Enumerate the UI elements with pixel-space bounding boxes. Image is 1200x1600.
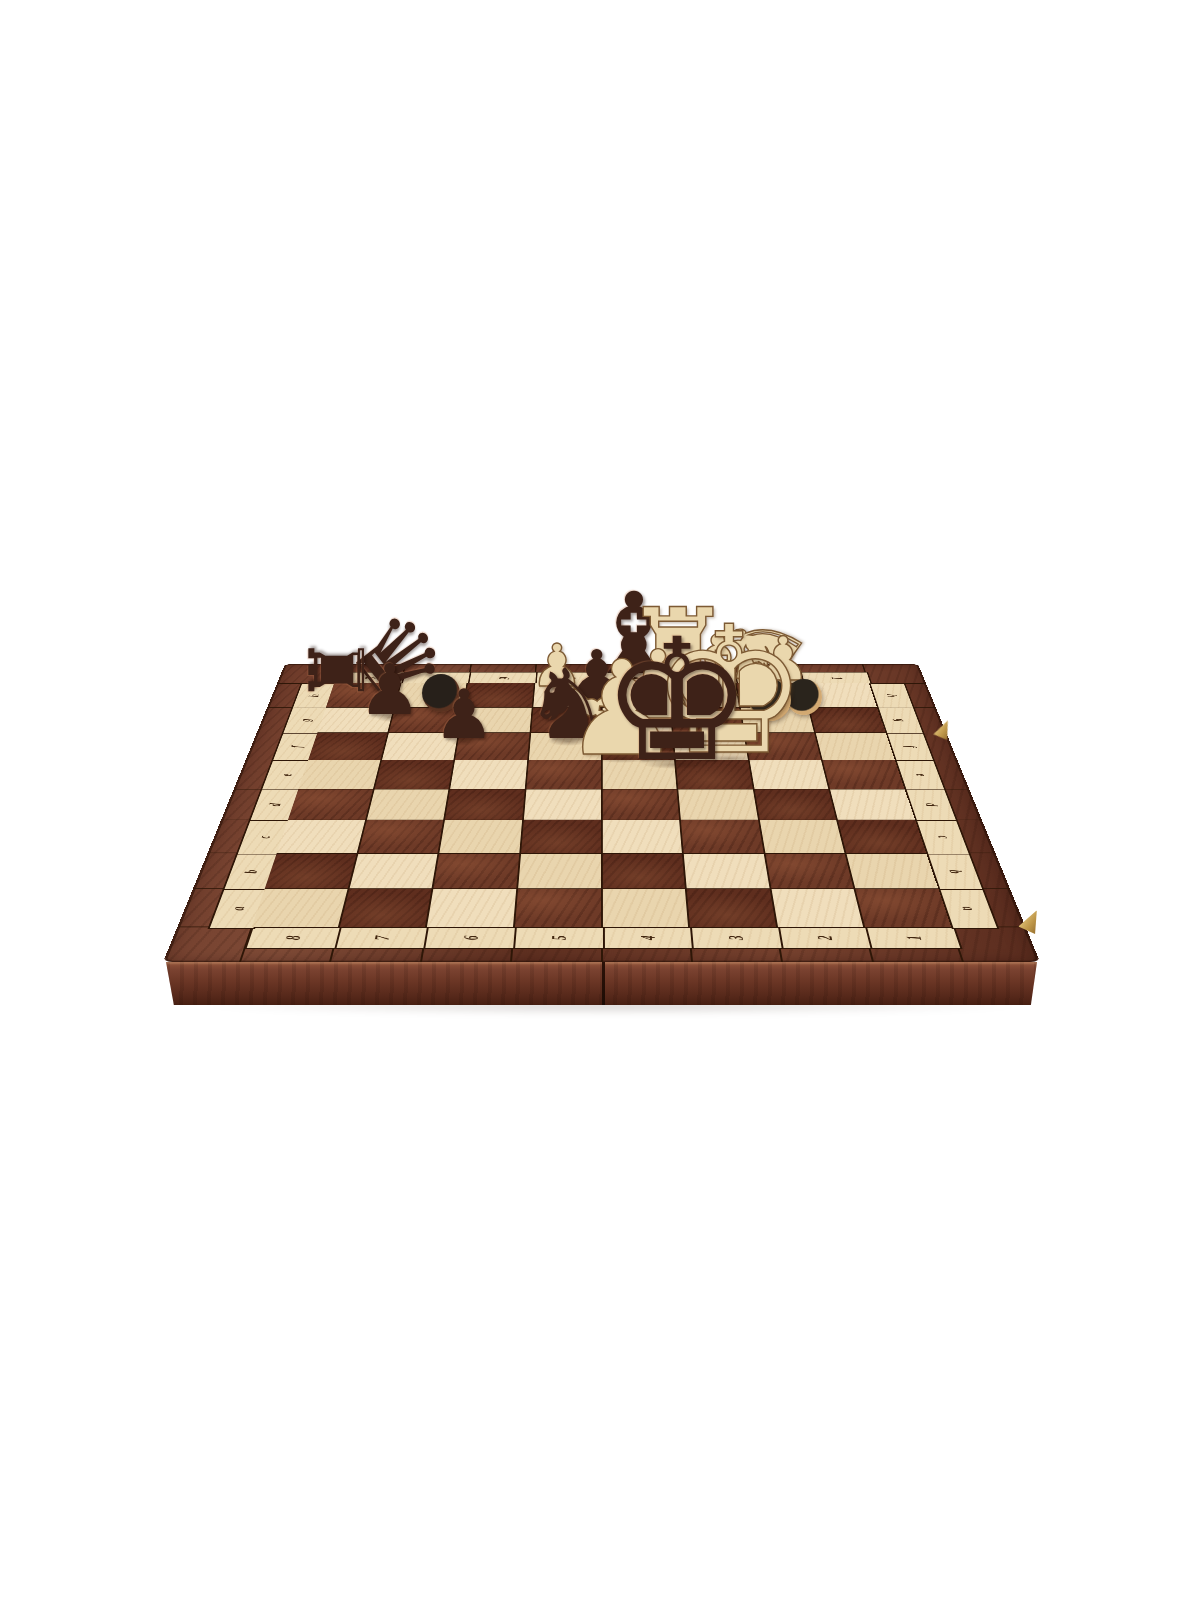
square-6d[interactable] <box>445 789 524 819</box>
file-label-6: 6 <box>426 928 515 948</box>
square-4b[interactable] <box>602 854 685 889</box>
file-label-3: 3 <box>692 928 781 948</box>
file-label-2: 2 <box>780 928 871 948</box>
board-front-side <box>166 962 1037 1005</box>
piece-dark-pawn[interactable]: ♟ <box>434 681 495 749</box>
coordinate-label: 6 <box>459 936 482 940</box>
coordinate-label: g <box>297 719 314 722</box>
coordinate-label: e <box>277 774 295 777</box>
coordinate-label: a <box>228 907 249 911</box>
coordinate-label: h <box>883 694 900 697</box>
square-2b[interactable] <box>765 854 853 889</box>
coordinate-label: d <box>921 803 940 806</box>
coordinate-label: 4 <box>636 936 659 940</box>
square-8f[interactable] <box>308 733 387 760</box>
file-label-5: 5 <box>515 928 602 948</box>
file-label-7: 7 <box>336 928 427 948</box>
coordinate-label: b <box>241 870 261 874</box>
square-7b[interactable] <box>349 854 437 889</box>
square-7e[interactable] <box>374 760 453 788</box>
square-4a[interactable] <box>602 889 688 927</box>
coordinate-label: f <box>288 746 305 748</box>
folding-seam <box>602 962 605 1005</box>
square-6e[interactable] <box>450 760 527 788</box>
square-8b[interactable] <box>265 854 356 889</box>
square-1a[interactable] <box>856 889 951 927</box>
square-6b[interactable] <box>434 854 520 889</box>
coordinate-label: c <box>254 836 274 839</box>
square-7c[interactable] <box>358 820 443 853</box>
file-label-1: 1 <box>868 928 961 948</box>
square-8e[interactable] <box>298 760 380 788</box>
square-7d[interactable] <box>367 789 449 819</box>
square-8d[interactable] <box>288 789 373 819</box>
square-7a[interactable] <box>339 889 431 927</box>
square-4c[interactable] <box>602 820 682 853</box>
coordinate-label: f <box>901 746 918 748</box>
square-6c[interactable] <box>440 820 522 853</box>
square-2a[interactable] <box>771 889 863 927</box>
square-1g[interactable] <box>810 707 886 732</box>
square-2c[interactable] <box>760 820 845 853</box>
chess-board: 87654321 87654321 hgfedcba hgfedcba <box>163 85 1040 962</box>
square-5d[interactable] <box>524 789 601 819</box>
coordinate-label: 3 <box>725 936 748 940</box>
coordinate-label: 2 <box>813 936 836 940</box>
coordinate-label: a <box>958 907 979 911</box>
coordinate-label: 1 <box>827 677 845 680</box>
rank-label-e: e <box>897 761 944 789</box>
square-5a[interactable] <box>515 889 601 927</box>
coordinate-label: g <box>892 719 909 722</box>
square-1d[interactable] <box>830 789 915 819</box>
rank-label-f: f <box>888 734 934 761</box>
coordinate-label: 7 <box>370 936 393 940</box>
file-label-4: 4 <box>604 928 692 948</box>
square-8c[interactable] <box>277 820 365 853</box>
coordinate-label: c <box>933 836 953 839</box>
coordinate-label: 5 <box>548 936 571 940</box>
file-labels-front-edge: 87654321 <box>244 927 962 949</box>
square-1f[interactable] <box>816 733 895 760</box>
rank-label-h: h <box>871 684 913 708</box>
coordinate-label: d <box>266 803 285 806</box>
coordinate-label: 1 <box>902 936 926 940</box>
rank-label-g: g <box>879 708 923 733</box>
piece-dark-king[interactable]: ♚ <box>601 616 753 785</box>
square-1b[interactable] <box>847 854 938 889</box>
square-3b[interactable] <box>684 854 770 889</box>
file-label-8: 8 <box>247 928 340 948</box>
square-8a[interactable] <box>252 889 347 927</box>
coordinate-label: b <box>945 870 966 874</box>
coordinate-label: e <box>911 774 929 777</box>
product-photo-scene: 87654321 87654321 hgfedcba hgfedcba ♜♛♟♟… <box>0 0 1200 1600</box>
piece-dark-pawn[interactable]: ♟ <box>359 655 422 725</box>
coordinate-label: 8 <box>281 936 305 940</box>
square-5c[interactable] <box>521 820 601 853</box>
square-3a[interactable] <box>687 889 776 927</box>
square-1c[interactable] <box>838 820 926 853</box>
rank-label-d: d <box>907 790 956 820</box>
square-1e[interactable] <box>823 760 905 788</box>
coordinate-label: 6 <box>494 677 511 680</box>
square-5b[interactable] <box>518 854 601 889</box>
square-6a[interactable] <box>427 889 516 927</box>
square-3c[interactable] <box>681 820 763 853</box>
